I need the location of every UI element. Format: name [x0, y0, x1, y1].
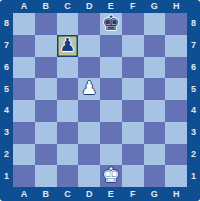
square-e5[interactable]: [100, 78, 122, 100]
square-h2[interactable]: [165, 144, 187, 166]
file-label-bottom-b: B: [35, 187, 57, 201]
square-g8[interactable]: [144, 13, 166, 35]
file-label-top-g: G: [144, 0, 166, 13]
square-d4[interactable]: [78, 100, 100, 122]
rank-label-left-7: 7: [0, 35, 13, 57]
square-d6[interactable]: [78, 57, 100, 79]
square-g2[interactable]: [144, 144, 166, 166]
chess-board-app: ABCDEFGH 87654321 ♚♟♟♚ 87654321 ABCDEFGH: [0, 0, 200, 201]
square-c5[interactable]: [57, 78, 79, 100]
square-h6[interactable]: [165, 57, 187, 79]
square-c6[interactable]: [57, 57, 79, 79]
square-f3[interactable]: [122, 122, 144, 144]
square-d2[interactable]: [78, 144, 100, 166]
rank-label-right-7: 7: [187, 35, 200, 57]
file-labels-bottom: ABCDEFGH: [13, 187, 187, 201]
square-a1[interactable]: [13, 165, 35, 187]
square-d5[interactable]: ♟: [78, 78, 100, 100]
square-c3[interactable]: [57, 122, 79, 144]
square-h5[interactable]: [165, 78, 187, 100]
square-b1[interactable]: [35, 165, 57, 187]
rank-label-left-2: 2: [0, 144, 13, 166]
square-h8[interactable]: [165, 13, 187, 35]
square-f7[interactable]: [122, 35, 144, 57]
square-h7[interactable]: [165, 35, 187, 57]
square-b8[interactable]: [35, 13, 57, 35]
square-a8[interactable]: [13, 13, 35, 35]
rank-label-left-6: 6: [0, 57, 13, 79]
square-e6[interactable]: [100, 57, 122, 79]
square-c7[interactable]: ♟: [57, 35, 79, 57]
rank-label-left-8: 8: [0, 13, 13, 35]
file-label-top-c: C: [57, 0, 79, 13]
square-g1[interactable]: [144, 165, 166, 187]
square-d8[interactable]: [78, 13, 100, 35]
white-pawn[interactable]: ♟: [81, 79, 97, 97]
square-d3[interactable]: [78, 122, 100, 144]
square-a2[interactable]: [13, 144, 35, 166]
file-label-bottom-e: E: [100, 187, 122, 201]
rank-labels-right: 87654321: [187, 13, 200, 187]
square-b6[interactable]: [35, 57, 57, 79]
square-a3[interactable]: [13, 122, 35, 144]
rank-label-left-3: 3: [0, 122, 13, 144]
square-a6[interactable]: [13, 57, 35, 79]
square-e2[interactable]: [100, 144, 122, 166]
square-f1[interactable]: [122, 165, 144, 187]
square-a7[interactable]: [13, 35, 35, 57]
square-h4[interactable]: [165, 100, 187, 122]
file-label-bottom-h: H: [165, 187, 187, 201]
rank-label-right-8: 8: [187, 13, 200, 35]
square-h1[interactable]: [165, 165, 187, 187]
rank-label-right-1: 1: [187, 165, 200, 187]
file-label-top-a: A: [13, 0, 35, 13]
file-label-bottom-d: D: [78, 187, 100, 201]
square-b3[interactable]: [35, 122, 57, 144]
square-c2[interactable]: [57, 144, 79, 166]
rank-label-right-2: 2: [187, 144, 200, 166]
file-label-bottom-a: A: [13, 187, 35, 201]
rank-label-right-5: 5: [187, 78, 200, 100]
file-label-bottom-f: F: [122, 187, 144, 201]
square-b5[interactable]: [35, 78, 57, 100]
square-d1[interactable]: [78, 165, 100, 187]
square-e3[interactable]: [100, 122, 122, 144]
black-pawn[interactable]: ♟: [59, 36, 75, 54]
square-g5[interactable]: [144, 78, 166, 100]
file-label-bottom-c: C: [57, 187, 79, 201]
square-c8[interactable]: [57, 13, 79, 35]
rank-label-right-3: 3: [187, 122, 200, 144]
file-label-top-h: H: [165, 0, 187, 13]
square-a4[interactable]: [13, 100, 35, 122]
file-label-top-b: B: [35, 0, 57, 13]
rank-label-right-4: 4: [187, 100, 200, 122]
square-c1[interactable]: [57, 165, 79, 187]
file-label-top-d: D: [78, 0, 100, 13]
rank-label-left-5: 5: [0, 78, 13, 100]
square-g7[interactable]: [144, 35, 166, 57]
square-f2[interactable]: [122, 144, 144, 166]
square-e1[interactable]: ♚: [100, 165, 122, 187]
square-h3[interactable]: [165, 122, 187, 144]
square-g3[interactable]: [144, 122, 166, 144]
white-king[interactable]: ♚: [102, 165, 120, 185]
square-e8[interactable]: ♚: [100, 13, 122, 35]
chess-board[interactable]: ♚♟♟♚: [13, 13, 187, 187]
file-label-bottom-g: G: [144, 187, 166, 201]
square-a5[interactable]: [13, 78, 35, 100]
black-king[interactable]: ♚: [102, 13, 120, 33]
square-f8[interactable]: [122, 13, 144, 35]
square-f6[interactable]: [122, 57, 144, 79]
file-labels-top: ABCDEFGH: [13, 0, 187, 13]
square-g6[interactable]: [144, 57, 166, 79]
rank-labels-left: 87654321: [0, 13, 13, 187]
square-d7[interactable]: [78, 35, 100, 57]
square-b2[interactable]: [35, 144, 57, 166]
square-c4[interactable]: [57, 100, 79, 122]
rank-label-right-6: 6: [187, 57, 200, 79]
square-e7[interactable]: [100, 35, 122, 57]
rank-label-left-4: 4: [0, 100, 13, 122]
square-f5[interactable]: [122, 78, 144, 100]
square-f4[interactable]: [122, 100, 144, 122]
square-g4[interactable]: [144, 100, 166, 122]
square-b7[interactable]: [35, 35, 57, 57]
rank-label-left-1: 1: [0, 165, 13, 187]
file-label-top-f: F: [122, 0, 144, 13]
square-e4[interactable]: [100, 100, 122, 122]
square-b4[interactable]: [35, 100, 57, 122]
